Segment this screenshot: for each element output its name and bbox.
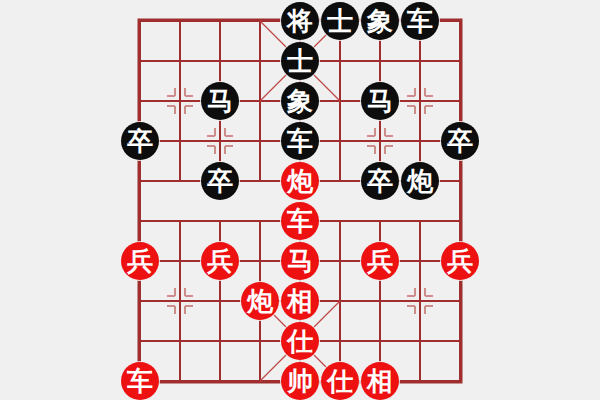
black-advisor[interactable]: 士 xyxy=(321,2,359,40)
red-elephant[interactable]: 相 xyxy=(281,282,319,320)
screenshot-root: 将士象车士马象马卒车卒卒炮卒炮车兵兵马兵兵炮相仕车帅仕相 xyxy=(0,0,600,400)
black-elephant[interactable]: 象 xyxy=(361,2,399,40)
board-point: 马 xyxy=(200,81,240,121)
board-point: 士 xyxy=(320,1,360,41)
red-general[interactable]: 帅 xyxy=(281,362,319,400)
board-point: 象 xyxy=(280,81,320,121)
board-point: 卒 xyxy=(360,161,400,201)
red-chariot[interactable]: 车 xyxy=(121,362,159,400)
board-point: 士 xyxy=(280,41,320,81)
board-point: 车 xyxy=(120,361,160,400)
red-soldier[interactable]: 兵 xyxy=(441,242,479,280)
board-point: 兵 xyxy=(200,241,240,281)
board-point: 相 xyxy=(360,361,400,400)
red-cannon[interactable]: 炮 xyxy=(281,162,319,200)
black-general[interactable]: 将 xyxy=(281,2,319,40)
board-point: 炮 xyxy=(240,281,280,321)
black-soldier[interactable]: 卒 xyxy=(201,162,239,200)
black-chariot[interactable]: 车 xyxy=(401,2,439,40)
black-advisor[interactable]: 士 xyxy=(281,42,319,80)
red-elephant[interactable]: 相 xyxy=(361,362,399,400)
board-point: 卒 xyxy=(120,121,160,161)
black-soldier[interactable]: 卒 xyxy=(361,162,399,200)
board-point: 卒 xyxy=(440,121,480,161)
board-point: 马 xyxy=(280,241,320,281)
black-soldier[interactable]: 卒 xyxy=(441,122,479,160)
board-point: 车 xyxy=(280,201,320,241)
red-horse[interactable]: 马 xyxy=(281,242,319,280)
board-point: 炮 xyxy=(400,161,440,201)
xiangqi-board: 将士象车士马象马卒车卒卒炮卒炮车兵兵马兵兵炮相仕车帅仕相 xyxy=(0,0,600,400)
board-point: 车 xyxy=(400,1,440,41)
board-point: 仕 xyxy=(280,321,320,361)
board-point: 兵 xyxy=(360,241,400,281)
black-horse[interactable]: 马 xyxy=(361,82,399,120)
board-point: 卒 xyxy=(200,161,240,201)
red-cannon[interactable]: 炮 xyxy=(241,282,279,320)
red-soldier[interactable]: 兵 xyxy=(201,242,239,280)
board-point: 将 xyxy=(280,1,320,41)
red-advisor[interactable]: 仕 xyxy=(281,322,319,360)
board-point: 帅 xyxy=(280,361,320,400)
black-cannon[interactable]: 炮 xyxy=(401,162,439,200)
black-elephant[interactable]: 象 xyxy=(281,82,319,120)
black-soldier[interactable]: 卒 xyxy=(121,122,159,160)
board-point: 兵 xyxy=(120,241,160,281)
pieces-grid: 将士象车士马象马卒车卒卒炮卒炮车兵兵马兵兵炮相仕车帅仕相 xyxy=(120,1,480,400)
board-point: 车 xyxy=(280,121,320,161)
board-point: 兵 xyxy=(440,241,480,281)
red-soldier[interactable]: 兵 xyxy=(121,242,159,280)
black-horse[interactable]: 马 xyxy=(201,82,239,120)
board-point: 象 xyxy=(360,1,400,41)
red-chariot[interactable]: 车 xyxy=(281,202,319,240)
board-point: 炮 xyxy=(280,161,320,201)
board-point: 相 xyxy=(280,281,320,321)
board-point: 仕 xyxy=(320,361,360,400)
board-point: 马 xyxy=(360,81,400,121)
black-chariot[interactable]: 车 xyxy=(281,122,319,160)
red-advisor[interactable]: 仕 xyxy=(321,362,359,400)
red-soldier[interactable]: 兵 xyxy=(361,242,399,280)
